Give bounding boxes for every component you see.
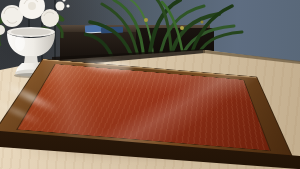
- scene: Glossy wooden chessboard, empty, on a li…: [0, 0, 300, 169]
